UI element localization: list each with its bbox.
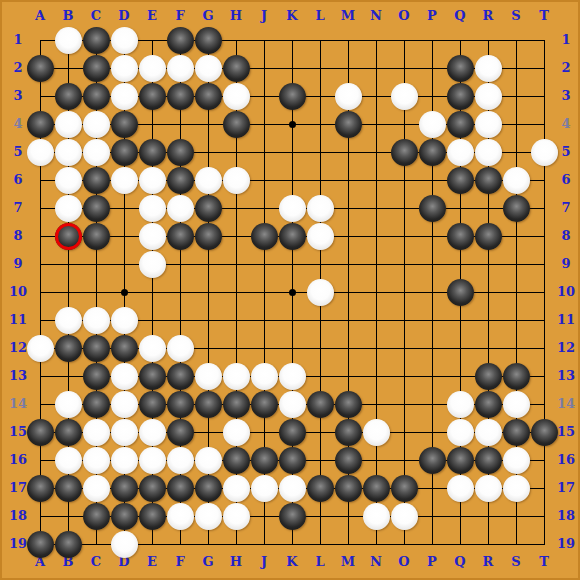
column-label-top: E — [138, 8, 166, 24]
stone-black — [475, 447, 502, 474]
stone-white — [83, 475, 110, 502]
stone-black — [83, 83, 110, 110]
stone-black — [83, 335, 110, 362]
row-label-left: 6 — [4, 172, 32, 188]
column-label-top: N — [362, 8, 390, 24]
stone-black — [111, 335, 138, 362]
row-label-left: 1 — [4, 32, 32, 48]
star-point — [121, 289, 128, 296]
row-label-left: 3 — [4, 88, 32, 104]
stone-white — [223, 419, 250, 446]
stone-black — [55, 335, 82, 362]
stone-black — [447, 83, 474, 110]
stone-black — [223, 391, 250, 418]
stone-white — [447, 391, 474, 418]
row-label-left: 18 — [4, 508, 32, 524]
column-label-bottom: J — [250, 554, 278, 570]
stone-white — [139, 419, 166, 446]
stone-white — [55, 139, 82, 166]
row-label-left: 14 — [4, 396, 32, 412]
stone-black — [447, 167, 474, 194]
stone-black — [279, 447, 306, 474]
stone-black — [195, 27, 222, 54]
stone-white — [195, 55, 222, 82]
stone-black — [391, 475, 418, 502]
stone-white — [307, 195, 334, 222]
stone-black — [27, 531, 54, 558]
stone-black — [223, 111, 250, 138]
row-label-right: 1 — [552, 32, 580, 48]
stone-black — [167, 83, 194, 110]
stone-black — [139, 139, 166, 166]
column-label-bottom: H — [222, 554, 250, 570]
stone-black — [83, 55, 110, 82]
stone-black — [167, 391, 194, 418]
stone-white — [279, 391, 306, 418]
row-label-right: 18 — [552, 508, 580, 524]
row-label-right: 7 — [552, 200, 580, 216]
stone-white — [55, 391, 82, 418]
stone-white — [279, 363, 306, 390]
stone-white — [447, 475, 474, 502]
stone-black — [279, 419, 306, 446]
stone-white — [111, 55, 138, 82]
stone-black — [111, 475, 138, 502]
star-point — [289, 121, 296, 128]
column-label-top: O — [390, 8, 418, 24]
row-label-left: 16 — [4, 452, 32, 468]
stone-black — [139, 503, 166, 530]
stone-white — [503, 167, 530, 194]
stone-white — [363, 503, 390, 530]
column-label-top: B — [54, 8, 82, 24]
column-label-top: G — [194, 8, 222, 24]
stone-white — [27, 335, 54, 362]
stone-white — [223, 363, 250, 390]
column-label-bottom: C — [82, 554, 110, 570]
stone-white — [111, 83, 138, 110]
column-label-top: R — [474, 8, 502, 24]
stone-white — [251, 363, 278, 390]
stone-black — [363, 475, 390, 502]
stone-white — [475, 111, 502, 138]
stone-black — [503, 195, 530, 222]
stone-black — [447, 447, 474, 474]
stone-black — [335, 447, 362, 474]
stone-black — [167, 223, 194, 250]
stone-white — [55, 447, 82, 474]
column-label-top: C — [82, 8, 110, 24]
stone-white — [503, 391, 530, 418]
stone-white — [139, 223, 166, 250]
stone-white — [55, 111, 82, 138]
stone-white — [279, 195, 306, 222]
stone-white — [167, 503, 194, 530]
stone-white — [419, 111, 446, 138]
column-label-top: H — [222, 8, 250, 24]
column-label-bottom: M — [334, 554, 362, 570]
stone-black — [111, 111, 138, 138]
column-label-bottom: P — [418, 554, 446, 570]
row-label-right: 3 — [552, 88, 580, 104]
row-label-right: 11 — [552, 312, 580, 328]
row-label-right: 6 — [552, 172, 580, 188]
stone-white — [139, 251, 166, 278]
row-label-right: 19 — [552, 536, 580, 552]
stone-black — [27, 419, 54, 446]
stone-white — [223, 475, 250, 502]
stone-black — [167, 27, 194, 54]
stone-white — [55, 307, 82, 334]
stone-white — [83, 111, 110, 138]
stone-white — [111, 419, 138, 446]
column-label-bottom: E — [138, 554, 166, 570]
column-label-bottom: F — [166, 554, 194, 570]
stone-white — [475, 83, 502, 110]
stone-black — [27, 475, 54, 502]
stone-white — [447, 419, 474, 446]
row-label-right: 2 — [552, 60, 580, 76]
stone-black — [531, 419, 558, 446]
stone-black — [167, 419, 194, 446]
stone-white — [139, 167, 166, 194]
stone-black — [167, 139, 194, 166]
stone-black — [475, 391, 502, 418]
stone-black — [335, 111, 362, 138]
stone-white — [139, 195, 166, 222]
stone-white — [307, 279, 334, 306]
stone-black — [251, 391, 278, 418]
stone-black — [475, 223, 502, 250]
stone-black — [55, 531, 82, 558]
stone-white — [279, 475, 306, 502]
stone-white — [111, 531, 138, 558]
stone-white — [111, 391, 138, 418]
stone-white — [531, 139, 558, 166]
stone-white — [139, 55, 166, 82]
go-board[interactable]: AABBCCDDEEFFGGHHJJKKLLMMNNOOPPQQRRSSTT11… — [0, 0, 580, 580]
stone-white — [223, 83, 250, 110]
stone-black — [391, 139, 418, 166]
stone-white — [475, 419, 502, 446]
stone-black — [223, 447, 250, 474]
stone-white — [503, 475, 530, 502]
row-label-right: 16 — [552, 452, 580, 468]
stone-black — [167, 167, 194, 194]
stone-black — [195, 223, 222, 250]
stone-white — [223, 167, 250, 194]
column-label-bottom: N — [362, 554, 390, 570]
stone-black — [447, 279, 474, 306]
stone-white — [195, 167, 222, 194]
stone-black — [83, 167, 110, 194]
column-label-top: T — [530, 8, 558, 24]
star-point — [289, 289, 296, 296]
stone-black — [83, 391, 110, 418]
column-label-bottom: S — [502, 554, 530, 570]
stone-black — [195, 475, 222, 502]
stone-black — [139, 363, 166, 390]
column-label-bottom: O — [390, 554, 418, 570]
column-label-top: Q — [446, 8, 474, 24]
stone-white — [111, 167, 138, 194]
stone-black — [111, 503, 138, 530]
stone-white — [27, 139, 54, 166]
column-label-bottom: Q — [446, 554, 474, 570]
stone-black — [279, 223, 306, 250]
stone-black — [503, 419, 530, 446]
stone-white — [307, 223, 334, 250]
stone-black — [111, 139, 138, 166]
row-label-left: 11 — [4, 312, 32, 328]
stone-white — [195, 363, 222, 390]
stone-black — [419, 139, 446, 166]
stone-white — [475, 139, 502, 166]
stone-black — [335, 475, 362, 502]
stone-white — [195, 447, 222, 474]
column-label-top: A — [26, 8, 54, 24]
stone-white — [475, 475, 502, 502]
stone-white — [447, 139, 474, 166]
stone-black — [83, 503, 110, 530]
column-label-bottom: K — [278, 554, 306, 570]
stone-white — [83, 139, 110, 166]
stone-white — [83, 419, 110, 446]
stone-black — [447, 223, 474, 250]
stone-white — [167, 447, 194, 474]
column-label-bottom: G — [194, 554, 222, 570]
stone-white — [139, 335, 166, 362]
stone-white — [55, 167, 82, 194]
stone-white — [223, 503, 250, 530]
stone-black — [167, 475, 194, 502]
stone-white — [111, 307, 138, 334]
stone-white — [111, 27, 138, 54]
column-label-bottom: T — [530, 554, 558, 570]
row-label-left: 9 — [4, 256, 32, 272]
stone-white — [139, 447, 166, 474]
stone-black — [251, 447, 278, 474]
stone-black — [279, 83, 306, 110]
stone-white — [391, 83, 418, 110]
stone-black — [195, 195, 222, 222]
stone-black — [475, 363, 502, 390]
stone-white — [83, 307, 110, 334]
stone-black — [195, 391, 222, 418]
stone-white — [167, 335, 194, 362]
row-label-right: 10 — [552, 284, 580, 300]
stone-black — [195, 83, 222, 110]
stone-black — [55, 475, 82, 502]
stone-black — [223, 55, 250, 82]
stone-black — [335, 391, 362, 418]
stone-white — [167, 55, 194, 82]
row-label-right: 14 — [552, 396, 580, 412]
stone-black — [167, 363, 194, 390]
stone-white — [55, 195, 82, 222]
stone-black — [83, 195, 110, 222]
stone-white — [167, 195, 194, 222]
last-move-marker — [55, 223, 82, 250]
stone-black — [83, 223, 110, 250]
stone-white — [335, 83, 362, 110]
grid-line-v — [544, 40, 545, 545]
column-label-top: D — [110, 8, 138, 24]
stone-black — [279, 503, 306, 530]
stone-white — [111, 447, 138, 474]
stone-black — [55, 419, 82, 446]
grid-line-v — [376, 40, 377, 545]
stone-black — [139, 391, 166, 418]
stone-black — [419, 195, 446, 222]
stone-black — [447, 55, 474, 82]
stone-black — [139, 475, 166, 502]
row-label-right: 12 — [552, 340, 580, 356]
row-label-left: 13 — [4, 368, 32, 384]
stone-white — [251, 475, 278, 502]
stone-black — [27, 111, 54, 138]
column-label-top: P — [418, 8, 446, 24]
column-label-top: M — [334, 8, 362, 24]
row-label-right: 13 — [552, 368, 580, 384]
row-label-right: 9 — [552, 256, 580, 272]
stone-black — [335, 419, 362, 446]
stone-white — [55, 27, 82, 54]
column-label-bottom: R — [474, 554, 502, 570]
stone-white — [83, 447, 110, 474]
stone-black — [55, 83, 82, 110]
stone-black — [419, 447, 446, 474]
stone-black — [503, 363, 530, 390]
column-label-top: L — [306, 8, 334, 24]
stone-black — [447, 111, 474, 138]
stone-black — [307, 391, 334, 418]
column-label-bottom: L — [306, 554, 334, 570]
stone-white — [111, 363, 138, 390]
stone-black — [83, 27, 110, 54]
column-label-top: K — [278, 8, 306, 24]
row-label-right: 4 — [552, 116, 580, 132]
stone-white — [195, 503, 222, 530]
column-label-top: J — [250, 8, 278, 24]
stone-white — [503, 447, 530, 474]
grid-line-v — [404, 40, 405, 545]
stone-black — [83, 363, 110, 390]
column-label-top: F — [166, 8, 194, 24]
stone-black — [27, 55, 54, 82]
stone-white — [475, 55, 502, 82]
stone-white — [391, 503, 418, 530]
column-label-top: S — [502, 8, 530, 24]
row-label-left: 8 — [4, 228, 32, 244]
row-label-left: 10 — [4, 284, 32, 300]
row-label-right: 8 — [552, 228, 580, 244]
stone-black — [307, 475, 334, 502]
stone-white — [363, 419, 390, 446]
stone-black — [475, 167, 502, 194]
row-label-left: 7 — [4, 200, 32, 216]
stone-black — [251, 223, 278, 250]
stone-black — [139, 83, 166, 110]
row-label-right: 17 — [552, 480, 580, 496]
